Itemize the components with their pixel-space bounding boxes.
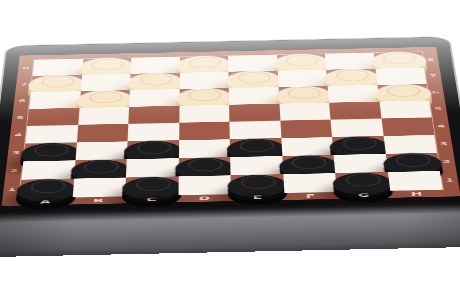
square-e1[interactable]: ● bbox=[231, 174, 284, 194]
rank-label-right-3: 3 bbox=[434, 135, 453, 153]
file-label-e: E bbox=[231, 193, 284, 201]
rank-label-right-4: 4 bbox=[432, 117, 451, 135]
square-c1[interactable]: ● bbox=[125, 176, 178, 196]
square-e5[interactable] bbox=[229, 104, 280, 122]
file-label-d: D bbox=[178, 194, 231, 202]
rank-label-right-7: 7 bbox=[424, 67, 442, 84]
square-b6[interactable]: ● bbox=[79, 90, 130, 108]
rank-label-right-6: 6 bbox=[426, 84, 444, 101]
file-label-c: C bbox=[125, 195, 178, 203]
square-h5[interactable] bbox=[379, 101, 432, 119]
rank-label-right-2: 2 bbox=[437, 152, 456, 171]
square-a5[interactable] bbox=[27, 108, 79, 126]
square-c5[interactable] bbox=[128, 106, 179, 124]
square-g1[interactable]: ● bbox=[335, 172, 390, 192]
board-3d-surface: 87654321 ●●●●●●●●●●●●●●●●●●●●●●●● 876543… bbox=[0, 37, 460, 213]
rank-label-right-1: 1 bbox=[440, 171, 460, 190]
square-b5[interactable] bbox=[78, 107, 129, 125]
file-label-g: G bbox=[337, 191, 391, 199]
square-d5[interactable] bbox=[179, 105, 230, 123]
board-face: 87654321 ●●●●●●●●●●●●●●●●●●●●●●●● 876543… bbox=[2, 47, 460, 206]
file-label-b: B bbox=[72, 196, 125, 204]
square-h1[interactable] bbox=[387, 171, 442, 191]
board-group: 87654321 ●●●●●●●●●●●●●●●●●●●●●●●● 876543… bbox=[0, 0, 460, 300]
file-label-a: A bbox=[18, 197, 72, 205]
square-d6[interactable]: ● bbox=[179, 88, 229, 106]
board-frame: 87654321 ●●●●●●●●●●●●●●●●●●●●●●●● 876543… bbox=[0, 37, 460, 213]
board-grid: ●●●●●●●●●●●●●●●●●●●●●●●● bbox=[19, 52, 442, 199]
square-f6[interactable]: ● bbox=[278, 86, 329, 104]
square-h6[interactable]: ● bbox=[377, 84, 429, 102]
file-label-f: F bbox=[284, 192, 338, 200]
frame-front-face bbox=[0, 200, 460, 257]
square-a1[interactable]: ● bbox=[19, 179, 73, 199]
checkers-board-photo: 87654321 ●●●●●●●●●●●●●●●●●●●●●●●● 876543… bbox=[0, 0, 460, 300]
rank-label-right-8: 8 bbox=[422, 51, 440, 67]
file-label-h: H bbox=[390, 190, 444, 198]
square-f5[interactable] bbox=[279, 103, 330, 121]
rank-label-right-5: 5 bbox=[429, 100, 448, 117]
square-g5[interactable] bbox=[329, 102, 381, 120]
